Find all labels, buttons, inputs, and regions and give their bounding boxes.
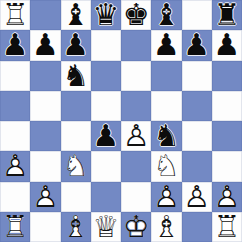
square-c8[interactable]: ♝	[61, 0, 91, 30]
square-h1[interactable]: ♜♖	[212, 212, 242, 242]
piece-black-king[interactable]: ♚	[121, 0, 151, 30]
piece-glyph: ♟	[61, 30, 91, 60]
square-g6[interactable]	[182, 61, 212, 91]
piece-glyph-outline: ♙	[151, 182, 181, 212]
square-c7[interactable]: ♟	[61, 30, 91, 60]
square-h2[interactable]: ♟♙	[212, 182, 242, 212]
piece-glyph: ♜	[0, 212, 30, 242]
piece-white-pawn[interactable]: ♟♙	[212, 182, 242, 212]
square-a5[interactable]	[0, 91, 30, 121]
piece-glyph-outline: ♙	[30, 182, 60, 212]
piece-white-knight[interactable]: ♞♘	[151, 151, 181, 181]
square-g7[interactable]: ♟	[182, 30, 212, 60]
piece-glyph: ♟	[30, 30, 60, 60]
piece-glyph: ♟	[151, 30, 181, 60]
square-a1[interactable]: ♜♖	[0, 212, 30, 242]
square-c1[interactable]: ♝♗	[61, 212, 91, 242]
square-d8[interactable]: ♛	[91, 0, 121, 30]
square-b6[interactable]	[30, 61, 60, 91]
square-a8[interactable]: ♜♖	[0, 0, 30, 30]
piece-black-bishop[interactable]: ♝	[151, 0, 181, 30]
square-d1[interactable]: ♛♕	[91, 212, 121, 242]
piece-glyph: ♛	[91, 0, 121, 30]
piece-black-knight[interactable]: ♞	[151, 121, 181, 151]
piece-black-pawn[interactable]: ♟	[61, 30, 91, 60]
square-d7[interactable]	[91, 30, 121, 60]
piece-glyph-outline: ♘	[61, 151, 91, 181]
piece-black-bishop[interactable]: ♝	[61, 0, 91, 30]
square-f3[interactable]: ♞♘	[151, 151, 181, 181]
piece-glyph: ♞	[151, 121, 181, 151]
square-h7[interactable]: ♟	[212, 30, 242, 60]
square-g5[interactable]	[182, 91, 212, 121]
square-a7[interactable]: ♟	[0, 30, 30, 60]
square-f6[interactable]	[151, 61, 181, 91]
piece-glyph-outline: ♗	[151, 212, 181, 242]
square-f4[interactable]: ♞	[151, 121, 181, 151]
square-f8[interactable]: ♝	[151, 0, 181, 30]
piece-glyph: ♚	[121, 0, 151, 30]
piece-white-pawn[interactable]: ♟♙	[0, 151, 30, 181]
piece-white-rook[interactable]: ♜♖	[0, 0, 30, 30]
square-d4[interactable]: ♟	[91, 121, 121, 151]
piece-glyph: ♟	[121, 121, 151, 151]
piece-white-pawn[interactable]: ♟♙	[182, 182, 212, 212]
piece-glyph: ♞	[61, 61, 91, 91]
piece-glyph: ♞	[151, 151, 181, 181]
piece-white-queen[interactable]: ♛♕	[91, 212, 121, 242]
piece-glyph-outline: ♖	[0, 0, 30, 30]
square-a2[interactable]	[0, 182, 30, 212]
piece-white-king[interactable]: ♚♔	[121, 212, 151, 242]
piece-glyph-outline: ♗	[61, 212, 91, 242]
square-b4[interactable]	[30, 121, 60, 151]
square-b8[interactable]	[30, 0, 60, 30]
square-h6[interactable]	[212, 61, 242, 91]
piece-white-pawn[interactable]: ♟♙	[121, 121, 151, 151]
piece-black-queen[interactable]: ♛	[91, 0, 121, 30]
piece-glyph: ♛	[91, 212, 121, 242]
square-b2[interactable]: ♟♙	[30, 182, 60, 212]
piece-glyph: ♝	[151, 0, 181, 30]
piece-glyph: ♟	[182, 30, 212, 60]
piece-glyph: ♟	[212, 182, 242, 212]
square-d6[interactable]	[91, 61, 121, 91]
piece-white-bishop[interactable]: ♝♗	[151, 212, 181, 242]
square-g3[interactable]	[182, 151, 212, 181]
square-h8[interactable]: ♜	[212, 0, 242, 30]
piece-glyph: ♟	[151, 182, 181, 212]
square-c6[interactable]: ♞	[61, 61, 91, 91]
square-e1[interactable]: ♚♔	[121, 212, 151, 242]
square-g1[interactable]	[182, 212, 212, 242]
square-b7[interactable]: ♟	[30, 30, 60, 60]
piece-glyph: ♟	[0, 151, 30, 181]
piece-glyph: ♟	[91, 121, 121, 151]
square-a4[interactable]	[0, 121, 30, 151]
square-e2[interactable]	[121, 182, 151, 212]
piece-glyph: ♝	[151, 212, 181, 242]
piece-glyph-outline: ♔	[121, 212, 151, 242]
piece-glyph: ♞	[61, 151, 91, 181]
piece-white-bishop[interactable]: ♝♗	[61, 212, 91, 242]
square-h3[interactable]	[212, 151, 242, 181]
square-d2[interactable]	[91, 182, 121, 212]
piece-black-pawn[interactable]: ♟	[30, 30, 60, 60]
square-f7[interactable]: ♟	[151, 30, 181, 60]
square-d5[interactable]	[91, 91, 121, 121]
piece-white-knight[interactable]: ♞♘	[61, 151, 91, 181]
square-g2[interactable]: ♟♙	[182, 182, 212, 212]
piece-glyph-outline: ♙	[121, 121, 151, 151]
square-b1[interactable]	[30, 212, 60, 242]
piece-black-rook[interactable]: ♜	[212, 0, 242, 30]
square-f5[interactable]	[151, 91, 181, 121]
piece-glyph: ♜	[0, 0, 30, 30]
square-h4[interactable]	[212, 121, 242, 151]
square-e3[interactable]	[121, 151, 151, 181]
piece-white-pawn[interactable]: ♟♙	[151, 182, 181, 212]
piece-glyph: ♝	[61, 212, 91, 242]
piece-glyph-outline: ♘	[151, 151, 181, 181]
square-a6[interactable]	[0, 61, 30, 91]
piece-glyph: ♝	[61, 0, 91, 30]
piece-white-pawn[interactable]: ♟♙	[30, 182, 60, 212]
square-b3[interactable]	[30, 151, 60, 181]
piece-glyph-outline: ♙	[212, 182, 242, 212]
square-g4[interactable]	[182, 121, 212, 151]
piece-glyph: ♟	[0, 30, 30, 60]
piece-glyph-outline: ♙	[182, 182, 212, 212]
piece-glyph: ♟	[182, 182, 212, 212]
piece-glyph-outline: ♖	[0, 212, 30, 242]
piece-glyph: ♟	[30, 182, 60, 212]
piece-black-pawn[interactable]: ♟	[151, 30, 181, 60]
square-e8[interactable]: ♚	[121, 0, 151, 30]
square-c2[interactable]	[61, 182, 91, 212]
piece-glyph: ♜	[212, 212, 242, 242]
square-d3[interactable]	[91, 151, 121, 181]
square-e5[interactable]	[121, 91, 151, 121]
square-e6[interactable]	[121, 61, 151, 91]
piece-white-rook[interactable]: ♜♖	[0, 212, 30, 242]
piece-black-pawn[interactable]: ♟	[182, 30, 212, 60]
piece-glyph: ♜	[212, 0, 242, 30]
piece-glyph-outline: ♕	[91, 212, 121, 242]
piece-glyph: ♟	[212, 30, 242, 60]
square-h5[interactable]	[212, 91, 242, 121]
square-c5[interactable]	[61, 91, 91, 121]
square-e7[interactable]	[121, 30, 151, 60]
square-e4[interactable]: ♟♙	[121, 121, 151, 151]
piece-black-pawn[interactable]: ♟	[212, 30, 242, 60]
square-f2[interactable]: ♟♙	[151, 182, 181, 212]
piece-glyph-outline: ♖	[212, 212, 242, 242]
square-b5[interactable]	[30, 91, 60, 121]
piece-black-pawn[interactable]: ♟	[0, 30, 30, 60]
piece-glyph-outline: ♙	[0, 151, 30, 181]
square-c4[interactable]	[61, 121, 91, 151]
piece-white-rook[interactable]: ♜♖	[212, 212, 242, 242]
square-a3[interactable]: ♟♙	[0, 151, 30, 181]
square-g8[interactable]	[182, 0, 212, 30]
square-f1[interactable]: ♝♗	[151, 212, 181, 242]
piece-black-pawn[interactable]: ♟	[91, 121, 121, 151]
piece-glyph: ♚	[121, 212, 151, 242]
piece-black-knight[interactable]: ♞	[61, 61, 91, 91]
square-c3[interactable]: ♞♘	[61, 151, 91, 181]
chess-board: ♜♖♝♛♚♝♜♟♟♟♟♟♟♞♟♟♙♞♟♙♞♘♞♘♟♙♟♙♟♙♟♙♜♖♝♗♛♕♚♔…	[0, 0, 242, 242]
